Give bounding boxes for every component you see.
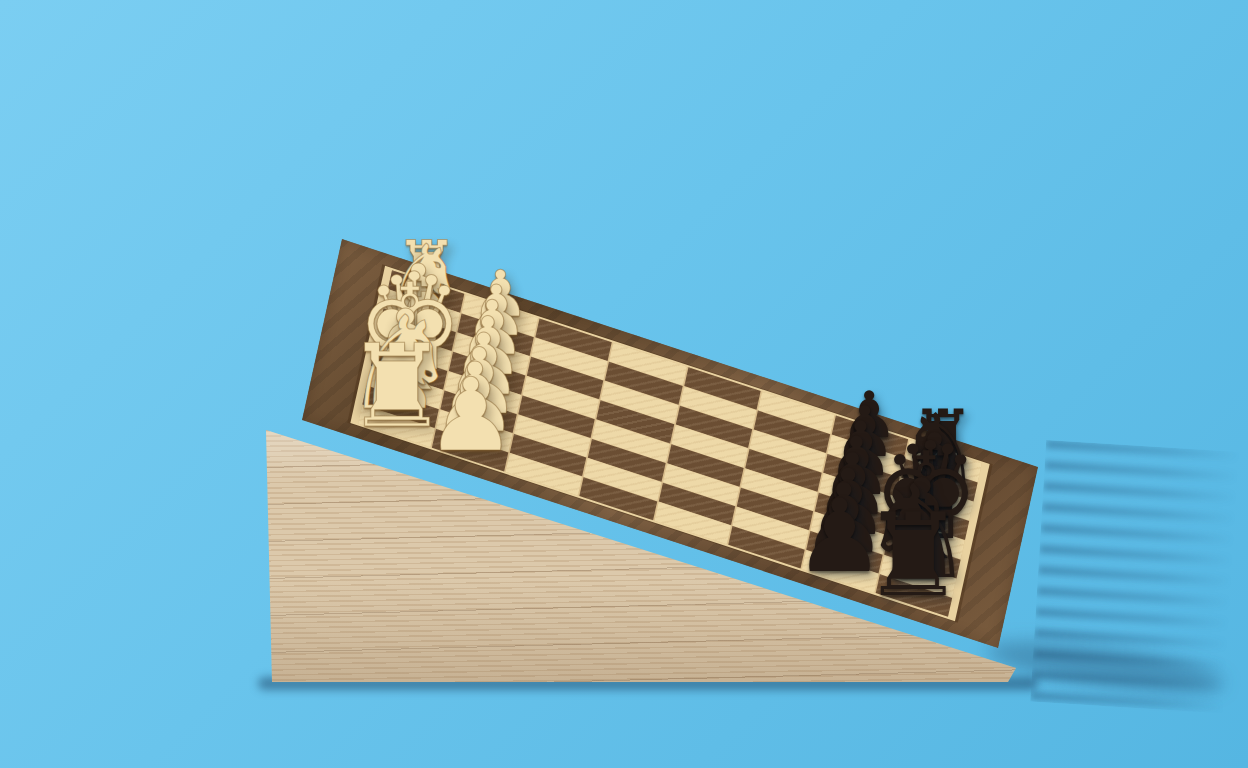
- studio-scene: ♜♞♝♛♚♝♞♜♟♟♟♟♟♟♟♟♟♟♟♟♟♟♟♟♜♞♝♛♚♝♞♜: [0, 0, 1248, 768]
